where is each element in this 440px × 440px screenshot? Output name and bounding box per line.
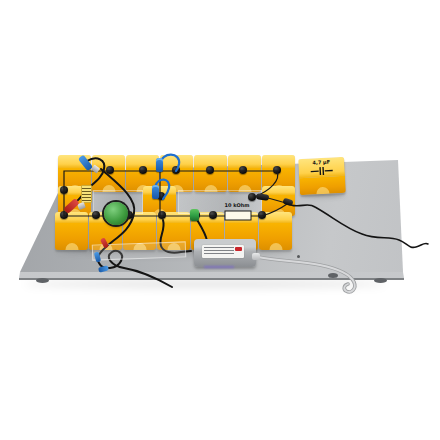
circuit-block <box>55 212 88 250</box>
block-notch <box>316 187 329 195</box>
socket-knob <box>248 193 256 201</box>
socket-knob <box>273 166 281 174</box>
plate-screw <box>297 255 300 258</box>
block-notch <box>65 243 78 250</box>
component-tag-label <box>81 185 92 203</box>
socket-knob <box>239 166 247 174</box>
socket-knob <box>206 166 214 174</box>
socket-knob <box>92 211 100 219</box>
socket-knob <box>60 186 68 194</box>
capacitor-block: 4,7 µF <box>298 157 346 195</box>
box-label-red-logo <box>235 247 242 251</box>
block-notch <box>269 243 282 250</box>
plate-shadow <box>24 280 386 288</box>
socket-knob <box>209 211 217 219</box>
blue-plug-middle <box>152 185 159 199</box>
box-cable-connector <box>252 253 260 260</box>
box-label <box>202 245 244 258</box>
socket-knob <box>106 166 114 174</box>
led-green <box>190 209 199 221</box>
box-glow <box>204 266 234 268</box>
resistor-label: 10 kOhm <box>220 202 254 208</box>
socket-knob <box>139 166 147 174</box>
capacitor-block-front <box>299 176 346 195</box>
plate-foot-right <box>374 278 387 283</box>
block-top-face <box>262 186 295 195</box>
plate-foot-left <box>36 278 49 283</box>
socket-knob <box>158 211 166 219</box>
capacitor-block-top: 4,7 µF <box>298 157 345 178</box>
plate-foot-middle <box>328 273 338 278</box>
socket-knob <box>258 211 266 219</box>
blue-plug-top <box>156 158 163 172</box>
product-photo: 10 kOhm 4,7 µF <box>0 0 440 440</box>
socket-knob <box>172 166 180 174</box>
push-button-green <box>104 202 128 225</box>
power-interface-box <box>194 239 256 267</box>
box-label-text-lines <box>204 247 234 256</box>
